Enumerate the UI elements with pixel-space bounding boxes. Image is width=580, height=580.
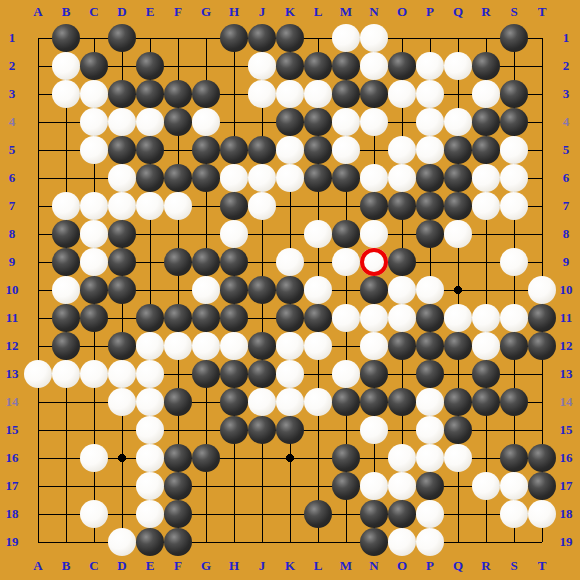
board-cell-D9[interactable]: [108, 248, 136, 276]
board-cell-O18[interactable]: [388, 500, 416, 528]
board-cell-H1[interactable]: [220, 24, 248, 52]
board-cell-L9[interactable]: [304, 248, 332, 276]
board-cell-M5[interactable]: [332, 136, 360, 164]
board-cell-S9[interactable]: [500, 248, 528, 276]
board-cell-S14[interactable]: [500, 388, 528, 416]
board-cell-F11[interactable]: [164, 304, 192, 332]
board-cell-A10[interactable]: [24, 276, 52, 304]
board-cell-B2[interactable]: [52, 52, 80, 80]
board-cell-J10[interactable]: [248, 276, 276, 304]
board-cell-B15[interactable]: [52, 416, 80, 444]
board-cell-M12[interactable]: [332, 332, 360, 360]
board-cell-Q11[interactable]: [444, 304, 472, 332]
board-cell-R2[interactable]: [472, 52, 500, 80]
board-cell-M8[interactable]: [332, 220, 360, 248]
board-cell-Q18[interactable]: [444, 500, 472, 528]
board-cell-T11[interactable]: [528, 304, 556, 332]
board-cell-E18[interactable]: [136, 500, 164, 528]
board-cell-J9[interactable]: [248, 248, 276, 276]
board-cell-N12[interactable]: [360, 332, 388, 360]
board-cell-E11[interactable]: [136, 304, 164, 332]
board-cell-J13[interactable]: [248, 360, 276, 388]
board-cell-K7[interactable]: [276, 192, 304, 220]
board-cell-S2[interactable]: [500, 52, 528, 80]
board-cell-K16[interactable]: [276, 444, 304, 472]
board-cell-O9[interactable]: [388, 248, 416, 276]
board-cell-D2[interactable]: [108, 52, 136, 80]
board-cell-E15[interactable]: [136, 416, 164, 444]
board-cell-M18[interactable]: [332, 500, 360, 528]
board-cell-F1[interactable]: [164, 24, 192, 52]
board-cell-M9[interactable]: [332, 248, 360, 276]
board-cell-B11[interactable]: [52, 304, 80, 332]
board-cell-J5[interactable]: [248, 136, 276, 164]
board-cell-A12[interactable]: [24, 332, 52, 360]
board-cell-M16[interactable]: [332, 444, 360, 472]
board-cell-E14[interactable]: [136, 388, 164, 416]
board-cell-M15[interactable]: [332, 416, 360, 444]
board-cell-K9[interactable]: [276, 248, 304, 276]
board-cell-J17[interactable]: [248, 472, 276, 500]
board-cell-G5[interactable]: [192, 136, 220, 164]
board-cell-R15[interactable]: [472, 416, 500, 444]
board-cell-F8[interactable]: [164, 220, 192, 248]
board-cell-C4[interactable]: [80, 108, 108, 136]
board-cell-K8[interactable]: [276, 220, 304, 248]
board-cell-N7[interactable]: [360, 192, 388, 220]
board-cell-D6[interactable]: [108, 164, 136, 192]
board-cell-B1[interactable]: [52, 24, 80, 52]
board-cell-S3[interactable]: [500, 80, 528, 108]
board-cell-E2[interactable]: [136, 52, 164, 80]
board-cell-B19[interactable]: [52, 528, 80, 556]
board-cell-H13[interactable]: [220, 360, 248, 388]
board-cell-A15[interactable]: [24, 416, 52, 444]
board-cell-Q2[interactable]: [444, 52, 472, 80]
board-cell-B12[interactable]: [52, 332, 80, 360]
board-cell-M19[interactable]: [332, 528, 360, 556]
board-cell-L18[interactable]: [304, 500, 332, 528]
board-cell-F7[interactable]: [164, 192, 192, 220]
board-cell-C14[interactable]: [80, 388, 108, 416]
board-cell-J12[interactable]: [248, 332, 276, 360]
board-cell-P17[interactable]: [416, 472, 444, 500]
board-cell-C17[interactable]: [80, 472, 108, 500]
board-cell-O10[interactable]: [388, 276, 416, 304]
board-cell-L19[interactable]: [304, 528, 332, 556]
board-cell-N19[interactable]: [360, 528, 388, 556]
board-cell-O5[interactable]: [388, 136, 416, 164]
board-cell-A3[interactable]: [24, 80, 52, 108]
board-cell-J8[interactable]: [248, 220, 276, 248]
board-cell-S18[interactable]: [500, 500, 528, 528]
board-cell-Q3[interactable]: [444, 80, 472, 108]
board-cell-F5[interactable]: [164, 136, 192, 164]
board-cell-R1[interactable]: [472, 24, 500, 52]
board-cell-D10[interactable]: [108, 276, 136, 304]
board-cell-D4[interactable]: [108, 108, 136, 136]
board-cell-M14[interactable]: [332, 388, 360, 416]
board-cell-B4[interactable]: [52, 108, 80, 136]
board-cell-F10[interactable]: [164, 276, 192, 304]
board-cell-L6[interactable]: [304, 164, 332, 192]
board-cell-R8[interactable]: [472, 220, 500, 248]
board-cell-L11[interactable]: [304, 304, 332, 332]
board-cell-K2[interactable]: [276, 52, 304, 80]
board-cell-E8[interactable]: [136, 220, 164, 248]
board-cell-K11[interactable]: [276, 304, 304, 332]
board-cell-G8[interactable]: [192, 220, 220, 248]
board-cell-E12[interactable]: [136, 332, 164, 360]
board-cell-Q13[interactable]: [444, 360, 472, 388]
board-cell-Q7[interactable]: [444, 192, 472, 220]
board-cell-J2[interactable]: [248, 52, 276, 80]
board-cell-K19[interactable]: [276, 528, 304, 556]
board-cell-H7[interactable]: [220, 192, 248, 220]
board-cell-C2[interactable]: [80, 52, 108, 80]
board-cell-O8[interactable]: [388, 220, 416, 248]
board-cell-O3[interactable]: [388, 80, 416, 108]
board-cell-H8[interactable]: [220, 220, 248, 248]
board-cell-G7[interactable]: [192, 192, 220, 220]
board-cell-M11[interactable]: [332, 304, 360, 332]
board-cell-M2[interactable]: [332, 52, 360, 80]
board-cell-N6[interactable]: [360, 164, 388, 192]
board-cell-G13[interactable]: [192, 360, 220, 388]
board-cell-Q15[interactable]: [444, 416, 472, 444]
board-cell-G4[interactable]: [192, 108, 220, 136]
board-cell-K5[interactable]: [276, 136, 304, 164]
board-cell-G16[interactable]: [192, 444, 220, 472]
board-cell-P19[interactable]: [416, 528, 444, 556]
board-cell-H3[interactable]: [220, 80, 248, 108]
board-cell-R9[interactable]: [472, 248, 500, 276]
board-cell-P14[interactable]: [416, 388, 444, 416]
board-cell-O2[interactable]: [388, 52, 416, 80]
board-cell-P9[interactable]: [416, 248, 444, 276]
board-cell-D3[interactable]: [108, 80, 136, 108]
board-cell-T15[interactable]: [528, 416, 556, 444]
board-cell-L12[interactable]: [304, 332, 332, 360]
board-cell-T3[interactable]: [528, 80, 556, 108]
board-cell-H14[interactable]: [220, 388, 248, 416]
board-cell-J3[interactable]: [248, 80, 276, 108]
board-cell-O16[interactable]: [388, 444, 416, 472]
board-cell-F19[interactable]: [164, 528, 192, 556]
board-cell-S15[interactable]: [500, 416, 528, 444]
board-cell-B16[interactable]: [52, 444, 80, 472]
board-cell-L4[interactable]: [304, 108, 332, 136]
board-cell-E5[interactable]: [136, 136, 164, 164]
board-cell-O15[interactable]: [388, 416, 416, 444]
board-cell-S16[interactable]: [500, 444, 528, 472]
board-cell-O6[interactable]: [388, 164, 416, 192]
board-cell-N1[interactable]: [360, 24, 388, 52]
board-cell-L13[interactable]: [304, 360, 332, 388]
board-cell-L2[interactable]: [304, 52, 332, 80]
board-cell-K17[interactable]: [276, 472, 304, 500]
board-cell-O7[interactable]: [388, 192, 416, 220]
board-cell-M13[interactable]: [332, 360, 360, 388]
board-cell-E9[interactable]: [136, 248, 164, 276]
board-cell-P5[interactable]: [416, 136, 444, 164]
board-cell-R12[interactable]: [472, 332, 500, 360]
board-cell-N3[interactable]: [360, 80, 388, 108]
board-cell-C1[interactable]: [80, 24, 108, 52]
board-cell-T17[interactable]: [528, 472, 556, 500]
board-cell-C16[interactable]: [80, 444, 108, 472]
board-cell-G12[interactable]: [192, 332, 220, 360]
board-cell-Q17[interactable]: [444, 472, 472, 500]
board-cell-H16[interactable]: [220, 444, 248, 472]
board-cell-S4[interactable]: [500, 108, 528, 136]
board-cell-R19[interactable]: [472, 528, 500, 556]
board-cell-H15[interactable]: [220, 416, 248, 444]
board-cell-C7[interactable]: [80, 192, 108, 220]
board-cell-D7[interactable]: [108, 192, 136, 220]
board-cell-G3[interactable]: [192, 80, 220, 108]
board-cell-C13[interactable]: [80, 360, 108, 388]
board-cell-T16[interactable]: [528, 444, 556, 472]
board-cell-L3[interactable]: [304, 80, 332, 108]
board-cell-A1[interactable]: [24, 24, 52, 52]
board-cell-N9[interactable]: [360, 248, 388, 276]
board-cell-N16[interactable]: [360, 444, 388, 472]
board-cell-J15[interactable]: [248, 416, 276, 444]
board-cell-A9[interactable]: [24, 248, 52, 276]
board-cell-N11[interactable]: [360, 304, 388, 332]
board-cell-J14[interactable]: [248, 388, 276, 416]
board-cell-K13[interactable]: [276, 360, 304, 388]
board-cell-Q1[interactable]: [444, 24, 472, 52]
board-cell-A18[interactable]: [24, 500, 52, 528]
board-cell-C5[interactable]: [80, 136, 108, 164]
board-cell-P4[interactable]: [416, 108, 444, 136]
board-cell-M17[interactable]: [332, 472, 360, 500]
board-cell-J11[interactable]: [248, 304, 276, 332]
board-cell-P7[interactable]: [416, 192, 444, 220]
board-cell-D8[interactable]: [108, 220, 136, 248]
board-cell-P8[interactable]: [416, 220, 444, 248]
board-cell-H2[interactable]: [220, 52, 248, 80]
board-cell-B8[interactable]: [52, 220, 80, 248]
board-cell-D19[interactable]: [108, 528, 136, 556]
board-cell-K18[interactable]: [276, 500, 304, 528]
board-cell-E3[interactable]: [136, 80, 164, 108]
board-cell-G18[interactable]: [192, 500, 220, 528]
board-cell-H19[interactable]: [220, 528, 248, 556]
board-cell-T7[interactable]: [528, 192, 556, 220]
board-cell-F12[interactable]: [164, 332, 192, 360]
board-cell-S1[interactable]: [500, 24, 528, 52]
board-cell-H5[interactable]: [220, 136, 248, 164]
board-cell-T2[interactable]: [528, 52, 556, 80]
board-cell-B5[interactable]: [52, 136, 80, 164]
board-cell-R17[interactable]: [472, 472, 500, 500]
board-cell-Q16[interactable]: [444, 444, 472, 472]
board-cell-T4[interactable]: [528, 108, 556, 136]
board-cell-M7[interactable]: [332, 192, 360, 220]
board-cell-T1[interactable]: [528, 24, 556, 52]
board-cell-L7[interactable]: [304, 192, 332, 220]
board-cell-A2[interactable]: [24, 52, 52, 80]
board-cell-S10[interactable]: [500, 276, 528, 304]
board-cell-S13[interactable]: [500, 360, 528, 388]
board-cell-L15[interactable]: [304, 416, 332, 444]
board-cell-J6[interactable]: [248, 164, 276, 192]
board-cell-T19[interactable]: [528, 528, 556, 556]
board-cell-S6[interactable]: [500, 164, 528, 192]
board-cell-H10[interactable]: [220, 276, 248, 304]
board-cell-F2[interactable]: [164, 52, 192, 80]
board-cell-C15[interactable]: [80, 416, 108, 444]
board-cell-A14[interactable]: [24, 388, 52, 416]
board-cell-B13[interactable]: [52, 360, 80, 388]
board-cell-D1[interactable]: [108, 24, 136, 52]
board-cell-S17[interactable]: [500, 472, 528, 500]
board-cell-S7[interactable]: [500, 192, 528, 220]
board-cell-F18[interactable]: [164, 500, 192, 528]
board-cell-F6[interactable]: [164, 164, 192, 192]
board-cell-L17[interactable]: [304, 472, 332, 500]
board-cell-L16[interactable]: [304, 444, 332, 472]
board-cell-R3[interactable]: [472, 80, 500, 108]
board-cell-Q4[interactable]: [444, 108, 472, 136]
board-cell-O17[interactable]: [388, 472, 416, 500]
board-cell-H11[interactable]: [220, 304, 248, 332]
board-cell-N2[interactable]: [360, 52, 388, 80]
board-cell-T14[interactable]: [528, 388, 556, 416]
board-cell-D16[interactable]: [108, 444, 136, 472]
board-cell-P12[interactable]: [416, 332, 444, 360]
board-cell-R4[interactable]: [472, 108, 500, 136]
board-cell-F16[interactable]: [164, 444, 192, 472]
board-cell-A4[interactable]: [24, 108, 52, 136]
board-cell-J1[interactable]: [248, 24, 276, 52]
board-cell-N4[interactable]: [360, 108, 388, 136]
board-cell-E7[interactable]: [136, 192, 164, 220]
board-cell-T13[interactable]: [528, 360, 556, 388]
board-cell-A6[interactable]: [24, 164, 52, 192]
board-cell-Q10[interactable]: [444, 276, 472, 304]
board-cell-O13[interactable]: [388, 360, 416, 388]
board-cell-S11[interactable]: [500, 304, 528, 332]
board-cell-P11[interactable]: [416, 304, 444, 332]
board-cell-Q19[interactable]: [444, 528, 472, 556]
board-cell-Q9[interactable]: [444, 248, 472, 276]
board-cell-K15[interactable]: [276, 416, 304, 444]
board-cell-E10[interactable]: [136, 276, 164, 304]
board-cell-R18[interactable]: [472, 500, 500, 528]
board-cell-C12[interactable]: [80, 332, 108, 360]
board-cell-A17[interactable]: [24, 472, 52, 500]
board-cell-R14[interactable]: [472, 388, 500, 416]
board-cell-D15[interactable]: [108, 416, 136, 444]
board-cell-T18[interactable]: [528, 500, 556, 528]
board-cell-G9[interactable]: [192, 248, 220, 276]
board-cell-G2[interactable]: [192, 52, 220, 80]
board-cell-B10[interactable]: [52, 276, 80, 304]
board-cell-T9[interactable]: [528, 248, 556, 276]
board-cell-B14[interactable]: [52, 388, 80, 416]
board-cell-A11[interactable]: [24, 304, 52, 332]
board-cell-J16[interactable]: [248, 444, 276, 472]
board-cell-G19[interactable]: [192, 528, 220, 556]
board-cell-K14[interactable]: [276, 388, 304, 416]
board-cell-B7[interactable]: [52, 192, 80, 220]
board-cell-C11[interactable]: [80, 304, 108, 332]
board-cell-E17[interactable]: [136, 472, 164, 500]
board-cell-B6[interactable]: [52, 164, 80, 192]
board-cell-S19[interactable]: [500, 528, 528, 556]
board-cell-K10[interactable]: [276, 276, 304, 304]
board-cell-M1[interactable]: [332, 24, 360, 52]
board-cell-D11[interactable]: [108, 304, 136, 332]
board-cell-G1[interactable]: [192, 24, 220, 52]
board-cell-M3[interactable]: [332, 80, 360, 108]
board-cell-K6[interactable]: [276, 164, 304, 192]
board-cell-N17[interactable]: [360, 472, 388, 500]
board-cell-E13[interactable]: [136, 360, 164, 388]
board-cell-B9[interactable]: [52, 248, 80, 276]
board-cell-M10[interactable]: [332, 276, 360, 304]
board-cell-P6[interactable]: [416, 164, 444, 192]
board-cell-D12[interactable]: [108, 332, 136, 360]
board-cell-H4[interactable]: [220, 108, 248, 136]
board-cell-G11[interactable]: [192, 304, 220, 332]
board-cell-S5[interactable]: [500, 136, 528, 164]
board-cell-A5[interactable]: [24, 136, 52, 164]
board-cell-K1[interactable]: [276, 24, 304, 52]
board-cell-B18[interactable]: [52, 500, 80, 528]
board-cell-R6[interactable]: [472, 164, 500, 192]
board-cell-Q5[interactable]: [444, 136, 472, 164]
board-cell-P3[interactable]: [416, 80, 444, 108]
board-cell-T5[interactable]: [528, 136, 556, 164]
board-cell-F17[interactable]: [164, 472, 192, 500]
board-cell-O4[interactable]: [388, 108, 416, 136]
board-cell-H6[interactable]: [220, 164, 248, 192]
board-cell-P15[interactable]: [416, 416, 444, 444]
board-cell-C9[interactable]: [80, 248, 108, 276]
board-cell-A19[interactable]: [24, 528, 52, 556]
board-cell-L14[interactable]: [304, 388, 332, 416]
board-cell-B3[interactable]: [52, 80, 80, 108]
board-cell-L8[interactable]: [304, 220, 332, 248]
board-cell-F3[interactable]: [164, 80, 192, 108]
board-cell-F13[interactable]: [164, 360, 192, 388]
board-cell-K12[interactable]: [276, 332, 304, 360]
board-cell-J19[interactable]: [248, 528, 276, 556]
board-cell-O19[interactable]: [388, 528, 416, 556]
board-cell-G10[interactable]: [192, 276, 220, 304]
board-cell-P13[interactable]: [416, 360, 444, 388]
board-cell-N18[interactable]: [360, 500, 388, 528]
board-cell-E6[interactable]: [136, 164, 164, 192]
board-cell-F15[interactable]: [164, 416, 192, 444]
board-cell-C3[interactable]: [80, 80, 108, 108]
board-cell-F14[interactable]: [164, 388, 192, 416]
board-cell-E19[interactable]: [136, 528, 164, 556]
board-cell-G6[interactable]: [192, 164, 220, 192]
board-cell-O12[interactable]: [388, 332, 416, 360]
board-cell-L1[interactable]: [304, 24, 332, 52]
board-cell-P2[interactable]: [416, 52, 444, 80]
board-cell-T6[interactable]: [528, 164, 556, 192]
board-cell-Q12[interactable]: [444, 332, 472, 360]
board-cell-R11[interactable]: [472, 304, 500, 332]
board-cell-O11[interactable]: [388, 304, 416, 332]
